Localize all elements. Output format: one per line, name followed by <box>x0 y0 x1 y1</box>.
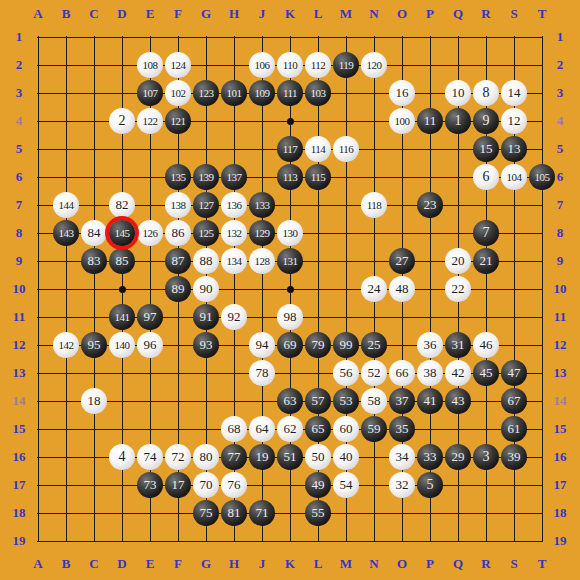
board-point-g9[interactable]: 88 <box>192 247 220 275</box>
board-point-s16[interactable]: 39 <box>500 443 528 471</box>
board-point-o9[interactable]: 27 <box>388 247 416 275</box>
board-point-t13[interactable] <box>528 359 556 387</box>
board-point-g3[interactable]: 123 <box>192 79 220 107</box>
board-point-j10[interactable] <box>248 275 276 303</box>
board-point-t5[interactable] <box>528 135 556 163</box>
board-point-r18[interactable] <box>472 499 500 527</box>
board-point-c2[interactable] <box>80 51 108 79</box>
board-point-c18[interactable] <box>80 499 108 527</box>
board-point-s12[interactable] <box>500 331 528 359</box>
board-point-a14[interactable] <box>24 387 52 415</box>
board-point-n14[interactable]: 58 <box>360 387 388 415</box>
board-point-b12[interactable]: 142 <box>52 331 80 359</box>
board-point-n18[interactable] <box>360 499 388 527</box>
board-point-e18[interactable] <box>136 499 164 527</box>
board-point-n15[interactable]: 59 <box>360 415 388 443</box>
board-point-f1[interactable] <box>164 23 192 51</box>
board-point-h11[interactable]: 92 <box>220 303 248 331</box>
board-point-g13[interactable] <box>192 359 220 387</box>
board-point-h10[interactable] <box>220 275 248 303</box>
board-point-b9[interactable] <box>52 247 80 275</box>
board-point-o12[interactable] <box>388 331 416 359</box>
board-point-c4[interactable] <box>80 107 108 135</box>
board-point-h4[interactable] <box>220 107 248 135</box>
board-point-c13[interactable] <box>80 359 108 387</box>
board-point-e5[interactable] <box>136 135 164 163</box>
board-point-s15[interactable]: 61 <box>500 415 528 443</box>
board-point-l2[interactable]: 112 <box>304 51 332 79</box>
board-point-b1[interactable] <box>52 23 80 51</box>
board-point-h2[interactable] <box>220 51 248 79</box>
board-point-r13[interactable]: 45 <box>472 359 500 387</box>
board-point-d18[interactable] <box>108 499 136 527</box>
board-point-f7[interactable]: 138 <box>164 191 192 219</box>
board-point-f12[interactable] <box>164 331 192 359</box>
board-point-o4[interactable]: 100 <box>388 107 416 135</box>
board-point-p15[interactable] <box>416 415 444 443</box>
board-point-o6[interactable] <box>388 163 416 191</box>
board-point-h14[interactable] <box>220 387 248 415</box>
board-point-l14[interactable]: 57 <box>304 387 332 415</box>
board-point-h15[interactable]: 68 <box>220 415 248 443</box>
board-point-l16[interactable]: 50 <box>304 443 332 471</box>
board-point-h17[interactable]: 76 <box>220 471 248 499</box>
board-point-e7[interactable] <box>136 191 164 219</box>
board-point-d5[interactable] <box>108 135 136 163</box>
board-point-t14[interactable] <box>528 387 556 415</box>
board-point-k10[interactable] <box>276 275 304 303</box>
board-point-q8[interactable] <box>444 219 472 247</box>
board-point-n1[interactable] <box>360 23 388 51</box>
board-point-r1[interactable] <box>472 23 500 51</box>
board-point-e9[interactable] <box>136 247 164 275</box>
board-point-k1[interactable] <box>276 23 304 51</box>
board-point-a7[interactable] <box>24 191 52 219</box>
board-point-p14[interactable]: 41 <box>416 387 444 415</box>
board-point-l3[interactable]: 103 <box>304 79 332 107</box>
board-point-m3[interactable] <box>332 79 360 107</box>
board-point-d15[interactable] <box>108 415 136 443</box>
board-point-k19[interactable] <box>276 527 304 555</box>
board-point-s4[interactable]: 12 <box>500 107 528 135</box>
board-point-m4[interactable] <box>332 107 360 135</box>
board-point-n16[interactable] <box>360 443 388 471</box>
board-point-d2[interactable] <box>108 51 136 79</box>
board-point-j19[interactable] <box>248 527 276 555</box>
board-point-h9[interactable]: 134 <box>220 247 248 275</box>
board-point-e6[interactable] <box>136 163 164 191</box>
board-point-r9[interactable]: 21 <box>472 247 500 275</box>
board-point-k14[interactable]: 63 <box>276 387 304 415</box>
board-point-c12[interactable]: 95 <box>80 331 108 359</box>
board-point-a10[interactable] <box>24 275 52 303</box>
board-point-e19[interactable] <box>136 527 164 555</box>
board-point-e4[interactable]: 122 <box>136 107 164 135</box>
board-point-k4[interactable] <box>276 107 304 135</box>
board-point-o7[interactable] <box>388 191 416 219</box>
board-point-g8[interactable]: 125 <box>192 219 220 247</box>
board-point-b14[interactable] <box>52 387 80 415</box>
board-point-l19[interactable] <box>304 527 332 555</box>
board-point-q14[interactable]: 43 <box>444 387 472 415</box>
board-point-b15[interactable] <box>52 415 80 443</box>
board-point-o15[interactable]: 35 <box>388 415 416 443</box>
board-point-c10[interactable] <box>80 275 108 303</box>
board-point-a3[interactable] <box>24 79 52 107</box>
board-point-o18[interactable] <box>388 499 416 527</box>
board-point-m18[interactable] <box>332 499 360 527</box>
board-point-b7[interactable]: 144 <box>52 191 80 219</box>
board-point-f6[interactable]: 135 <box>164 163 192 191</box>
board-point-q4[interactable]: 1 <box>444 107 472 135</box>
board-point-p6[interactable] <box>416 163 444 191</box>
board-point-a12[interactable] <box>24 331 52 359</box>
board-point-p18[interactable] <box>416 499 444 527</box>
board-point-p7[interactable]: 23 <box>416 191 444 219</box>
board-point-m12[interactable]: 99 <box>332 331 360 359</box>
board-point-l1[interactable] <box>304 23 332 51</box>
board-point-q3[interactable]: 10 <box>444 79 472 107</box>
board-point-j14[interactable] <box>248 387 276 415</box>
board-point-m7[interactable] <box>332 191 360 219</box>
board-point-r19[interactable] <box>472 527 500 555</box>
board-point-e11[interactable]: 97 <box>136 303 164 331</box>
board-point-l8[interactable] <box>304 219 332 247</box>
board-point-d16[interactable]: 4 <box>108 443 136 471</box>
board-point-o16[interactable]: 34 <box>388 443 416 471</box>
board-point-m15[interactable]: 60 <box>332 415 360 443</box>
board-point-t18[interactable] <box>528 499 556 527</box>
board-point-q6[interactable] <box>444 163 472 191</box>
board-point-b18[interactable] <box>52 499 80 527</box>
board-point-b3[interactable] <box>52 79 80 107</box>
board-point-d9[interactable]: 85 <box>108 247 136 275</box>
board-point-f16[interactable]: 72 <box>164 443 192 471</box>
board-point-r7[interactable] <box>472 191 500 219</box>
board-point-d4[interactable]: 2 <box>108 107 136 135</box>
board-point-b2[interactable] <box>52 51 80 79</box>
board-point-g1[interactable] <box>192 23 220 51</box>
board-point-l18[interactable]: 55 <box>304 499 332 527</box>
board-point-q2[interactable] <box>444 51 472 79</box>
board-point-n17[interactable] <box>360 471 388 499</box>
board-point-c6[interactable] <box>80 163 108 191</box>
board-point-f17[interactable]: 17 <box>164 471 192 499</box>
board-point-q10[interactable]: 22 <box>444 275 472 303</box>
board-point-o14[interactable]: 37 <box>388 387 416 415</box>
board-point-j15[interactable]: 64 <box>248 415 276 443</box>
board-point-h19[interactable] <box>220 527 248 555</box>
board-point-f8[interactable]: 86 <box>164 219 192 247</box>
board-point-d8[interactable]: 145 <box>108 219 136 247</box>
board-point-j13[interactable]: 78 <box>248 359 276 387</box>
board-point-e12[interactable]: 96 <box>136 331 164 359</box>
board-point-a17[interactable] <box>24 471 52 499</box>
board-point-c7[interactable] <box>80 191 108 219</box>
board-point-f11[interactable] <box>164 303 192 331</box>
board-point-g4[interactable] <box>192 107 220 135</box>
board-point-s8[interactable] <box>500 219 528 247</box>
board-point-o8[interactable] <box>388 219 416 247</box>
board-point-n7[interactable]: 118 <box>360 191 388 219</box>
board-point-k6[interactable]: 113 <box>276 163 304 191</box>
board-point-d19[interactable] <box>108 527 136 555</box>
board-point-s3[interactable]: 14 <box>500 79 528 107</box>
board-point-l5[interactable]: 114 <box>304 135 332 163</box>
board-point-t17[interactable] <box>528 471 556 499</box>
board-point-p1[interactable] <box>416 23 444 51</box>
board-point-n10[interactable]: 24 <box>360 275 388 303</box>
board-point-l17[interactable]: 49 <box>304 471 332 499</box>
board-point-f10[interactable]: 89 <box>164 275 192 303</box>
go-board-grid[interactable]: 1081241061101121191201071021231011091111… <box>24 23 556 555</box>
board-point-s6[interactable]: 104 <box>500 163 528 191</box>
board-point-r6[interactable]: 6 <box>472 163 500 191</box>
board-point-c15[interactable] <box>80 415 108 443</box>
board-point-c14[interactable]: 18 <box>80 387 108 415</box>
board-point-t9[interactable] <box>528 247 556 275</box>
board-point-p8[interactable] <box>416 219 444 247</box>
board-point-f5[interactable] <box>164 135 192 163</box>
board-point-j4[interactable] <box>248 107 276 135</box>
board-point-e16[interactable]: 74 <box>136 443 164 471</box>
board-point-p5[interactable] <box>416 135 444 163</box>
board-point-t16[interactable] <box>528 443 556 471</box>
board-point-j1[interactable] <box>248 23 276 51</box>
board-point-o5[interactable] <box>388 135 416 163</box>
board-point-h13[interactable] <box>220 359 248 387</box>
board-point-n2[interactable]: 120 <box>360 51 388 79</box>
board-point-d10[interactable] <box>108 275 136 303</box>
board-point-o2[interactable] <box>388 51 416 79</box>
board-point-n5[interactable] <box>360 135 388 163</box>
board-point-a2[interactable] <box>24 51 52 79</box>
board-point-a4[interactable] <box>24 107 52 135</box>
board-point-s14[interactable]: 67 <box>500 387 528 415</box>
board-point-q15[interactable] <box>444 415 472 443</box>
board-point-n12[interactable]: 25 <box>360 331 388 359</box>
board-point-b8[interactable]: 143 <box>52 219 80 247</box>
board-point-e10[interactable] <box>136 275 164 303</box>
board-point-h8[interactable]: 132 <box>220 219 248 247</box>
board-point-q13[interactable]: 42 <box>444 359 472 387</box>
board-point-t10[interactable] <box>528 275 556 303</box>
board-point-p12[interactable]: 36 <box>416 331 444 359</box>
board-point-m9[interactable] <box>332 247 360 275</box>
board-point-p10[interactable] <box>416 275 444 303</box>
board-point-m11[interactable] <box>332 303 360 331</box>
board-point-g18[interactable]: 75 <box>192 499 220 527</box>
board-point-h7[interactable]: 136 <box>220 191 248 219</box>
board-point-k8[interactable]: 130 <box>276 219 304 247</box>
board-point-a1[interactable] <box>24 23 52 51</box>
board-point-q9[interactable]: 20 <box>444 247 472 275</box>
board-point-g5[interactable] <box>192 135 220 163</box>
board-point-q1[interactable] <box>444 23 472 51</box>
board-point-n3[interactable] <box>360 79 388 107</box>
board-point-d11[interactable]: 141 <box>108 303 136 331</box>
board-point-r15[interactable] <box>472 415 500 443</box>
board-point-b17[interactable] <box>52 471 80 499</box>
board-point-s13[interactable]: 47 <box>500 359 528 387</box>
board-point-c1[interactable] <box>80 23 108 51</box>
board-point-g7[interactable]: 127 <box>192 191 220 219</box>
board-point-k16[interactable]: 51 <box>276 443 304 471</box>
board-point-l10[interactable] <box>304 275 332 303</box>
board-point-a13[interactable] <box>24 359 52 387</box>
board-point-m14[interactable]: 53 <box>332 387 360 415</box>
board-point-e1[interactable] <box>136 23 164 51</box>
board-point-b13[interactable] <box>52 359 80 387</box>
board-point-n11[interactable] <box>360 303 388 331</box>
board-point-t12[interactable] <box>528 331 556 359</box>
board-point-f19[interactable] <box>164 527 192 555</box>
board-point-g19[interactable] <box>192 527 220 555</box>
board-point-t1[interactable] <box>528 23 556 51</box>
board-point-a15[interactable] <box>24 415 52 443</box>
board-point-o13[interactable]: 66 <box>388 359 416 387</box>
board-point-r10[interactable] <box>472 275 500 303</box>
board-point-f13[interactable] <box>164 359 192 387</box>
board-point-d17[interactable] <box>108 471 136 499</box>
board-point-e2[interactable]: 108 <box>136 51 164 79</box>
board-point-k5[interactable]: 117 <box>276 135 304 163</box>
board-point-a19[interactable] <box>24 527 52 555</box>
board-point-r16[interactable]: 3 <box>472 443 500 471</box>
board-point-r17[interactable] <box>472 471 500 499</box>
board-point-a9[interactable] <box>24 247 52 275</box>
board-point-c8[interactable]: 84 <box>80 219 108 247</box>
board-point-g16[interactable]: 80 <box>192 443 220 471</box>
board-point-d6[interactable] <box>108 163 136 191</box>
board-point-h18[interactable]: 81 <box>220 499 248 527</box>
board-point-g6[interactable]: 139 <box>192 163 220 191</box>
board-point-r8[interactable]: 7 <box>472 219 500 247</box>
board-point-t15[interactable] <box>528 415 556 443</box>
board-point-n6[interactable] <box>360 163 388 191</box>
board-point-a11[interactable] <box>24 303 52 331</box>
board-point-m16[interactable]: 40 <box>332 443 360 471</box>
board-point-h1[interactable] <box>220 23 248 51</box>
board-point-m17[interactable]: 54 <box>332 471 360 499</box>
board-point-o17[interactable]: 32 <box>388 471 416 499</box>
board-point-s2[interactable] <box>500 51 528 79</box>
board-point-m13[interactable]: 56 <box>332 359 360 387</box>
board-point-o11[interactable] <box>388 303 416 331</box>
board-point-p17[interactable]: 5 <box>416 471 444 499</box>
board-point-a18[interactable] <box>24 499 52 527</box>
board-point-j18[interactable]: 71 <box>248 499 276 527</box>
board-point-s19[interactable] <box>500 527 528 555</box>
board-point-r5[interactable]: 15 <box>472 135 500 163</box>
board-point-d1[interactable] <box>108 23 136 51</box>
board-point-t6[interactable]: 105 <box>528 163 556 191</box>
board-point-h5[interactable] <box>220 135 248 163</box>
board-point-s7[interactable] <box>500 191 528 219</box>
board-point-e8[interactable]: 126 <box>136 219 164 247</box>
board-point-a8[interactable] <box>24 219 52 247</box>
board-point-q12[interactable]: 31 <box>444 331 472 359</box>
board-point-e15[interactable] <box>136 415 164 443</box>
board-point-t3[interactable] <box>528 79 556 107</box>
board-point-j12[interactable]: 94 <box>248 331 276 359</box>
board-point-j6[interactable] <box>248 163 276 191</box>
board-point-m8[interactable] <box>332 219 360 247</box>
board-point-g2[interactable] <box>192 51 220 79</box>
board-point-n19[interactable] <box>360 527 388 555</box>
board-point-d13[interactable] <box>108 359 136 387</box>
board-point-p3[interactable] <box>416 79 444 107</box>
board-point-k15[interactable]: 62 <box>276 415 304 443</box>
board-point-o3[interactable]: 16 <box>388 79 416 107</box>
board-point-h6[interactable]: 137 <box>220 163 248 191</box>
board-point-p11[interactable] <box>416 303 444 331</box>
board-point-p19[interactable] <box>416 527 444 555</box>
board-point-d7[interactable]: 82 <box>108 191 136 219</box>
board-point-m2[interactable]: 119 <box>332 51 360 79</box>
board-point-s5[interactable]: 13 <box>500 135 528 163</box>
board-point-o1[interactable] <box>388 23 416 51</box>
board-point-f2[interactable]: 124 <box>164 51 192 79</box>
board-point-c19[interactable] <box>80 527 108 555</box>
board-point-s11[interactable] <box>500 303 528 331</box>
board-point-a16[interactable] <box>24 443 52 471</box>
board-point-t4[interactable] <box>528 107 556 135</box>
board-point-e17[interactable]: 73 <box>136 471 164 499</box>
board-point-q7[interactable] <box>444 191 472 219</box>
board-point-h12[interactable] <box>220 331 248 359</box>
board-point-s17[interactable] <box>500 471 528 499</box>
board-point-m1[interactable] <box>332 23 360 51</box>
board-point-j3[interactable]: 109 <box>248 79 276 107</box>
board-point-m19[interactable] <box>332 527 360 555</box>
board-point-j5[interactable] <box>248 135 276 163</box>
board-point-m6[interactable] <box>332 163 360 191</box>
board-point-n4[interactable] <box>360 107 388 135</box>
board-point-p9[interactable] <box>416 247 444 275</box>
board-point-t11[interactable] <box>528 303 556 331</box>
board-point-l9[interactable] <box>304 247 332 275</box>
board-point-b5[interactable] <box>52 135 80 163</box>
board-point-r2[interactable] <box>472 51 500 79</box>
board-point-k11[interactable]: 98 <box>276 303 304 331</box>
board-point-n13[interactable]: 52 <box>360 359 388 387</box>
board-point-m10[interactable] <box>332 275 360 303</box>
board-point-k18[interactable] <box>276 499 304 527</box>
board-point-l12[interactable]: 79 <box>304 331 332 359</box>
board-point-t2[interactable] <box>528 51 556 79</box>
board-point-r11[interactable] <box>472 303 500 331</box>
board-point-c3[interactable] <box>80 79 108 107</box>
board-point-h3[interactable]: 101 <box>220 79 248 107</box>
board-point-g12[interactable]: 93 <box>192 331 220 359</box>
board-point-j16[interactable]: 19 <box>248 443 276 471</box>
board-point-g14[interactable] <box>192 387 220 415</box>
board-point-n9[interactable] <box>360 247 388 275</box>
board-point-s10[interactable] <box>500 275 528 303</box>
board-point-k17[interactable] <box>276 471 304 499</box>
board-point-k13[interactable] <box>276 359 304 387</box>
board-point-q5[interactable] <box>444 135 472 163</box>
board-point-p13[interactable]: 38 <box>416 359 444 387</box>
board-point-q17[interactable] <box>444 471 472 499</box>
board-point-e14[interactable] <box>136 387 164 415</box>
board-point-l7[interactable] <box>304 191 332 219</box>
board-point-g10[interactable]: 90 <box>192 275 220 303</box>
board-point-l11[interactable] <box>304 303 332 331</box>
board-point-k9[interactable]: 131 <box>276 247 304 275</box>
board-point-a6[interactable] <box>24 163 52 191</box>
